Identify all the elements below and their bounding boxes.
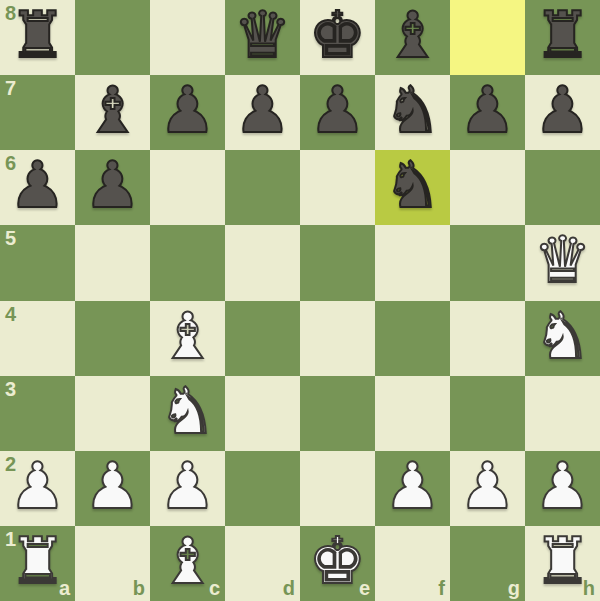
black-knight[interactable]: ♞ (384, 148, 441, 223)
square-e7[interactable]: ♟ (300, 75, 375, 150)
square-b3[interactable] (75, 376, 150, 451)
black-queen[interactable]: ♛ (234, 0, 291, 73)
square-e3[interactable] (300, 376, 375, 451)
black-pawn[interactable]: ♟ (9, 148, 66, 223)
square-d3[interactable] (225, 376, 300, 451)
rank-label-5: 5 (5, 228, 16, 248)
white-pawn[interactable]: ♟ (159, 449, 216, 524)
square-a2[interactable]: 2♟ (0, 451, 75, 526)
white-pawn[interactable]: ♟ (9, 449, 66, 524)
chess-board: 8♜♛♚♝♜7♝♟♟♟♞♟♟6♟♟♞5♛4♝♞3♞2♟♟♟♟♟♟1a♜bc♝de… (0, 0, 600, 601)
file-label-b: b (133, 578, 145, 598)
square-f4[interactable] (375, 301, 450, 376)
square-d4[interactable] (225, 301, 300, 376)
square-b1[interactable]: b (75, 526, 150, 601)
square-e1[interactable]: e♚ (300, 526, 375, 601)
square-h4[interactable]: ♞ (525, 301, 600, 376)
white-pawn[interactable]: ♟ (384, 449, 441, 524)
square-e5[interactable] (300, 225, 375, 300)
square-f3[interactable] (375, 376, 450, 451)
square-a3[interactable]: 3 (0, 376, 75, 451)
square-c2[interactable]: ♟ (150, 451, 225, 526)
square-e4[interactable] (300, 301, 375, 376)
square-e2[interactable] (300, 451, 375, 526)
square-h3[interactable] (525, 376, 600, 451)
square-f7[interactable]: ♞ (375, 75, 450, 150)
square-a8[interactable]: 8♜ (0, 0, 75, 75)
square-a5[interactable]: 5 (0, 225, 75, 300)
white-pawn[interactable]: ♟ (84, 449, 141, 524)
square-f8[interactable]: ♝ (375, 0, 450, 75)
square-c1[interactable]: c♝ (150, 526, 225, 601)
square-f2[interactable]: ♟ (375, 451, 450, 526)
square-h1[interactable]: h♜ (525, 526, 600, 601)
file-label-g: g (508, 578, 520, 598)
file-label-f: f (438, 578, 445, 598)
square-h6[interactable] (525, 150, 600, 225)
square-c4[interactable]: ♝ (150, 301, 225, 376)
square-e6[interactable] (300, 150, 375, 225)
square-g8[interactable] (450, 0, 525, 75)
square-a6[interactable]: 6♟ (0, 150, 75, 225)
white-queen[interactable]: ♛ (534, 223, 591, 298)
square-a1[interactable]: 1a♜ (0, 526, 75, 601)
black-pawn[interactable]: ♟ (234, 73, 291, 148)
black-bishop[interactable]: ♝ (384, 0, 441, 73)
square-d1[interactable]: d (225, 526, 300, 601)
black-knight[interactable]: ♞ (384, 73, 441, 148)
square-d7[interactable]: ♟ (225, 75, 300, 150)
white-pawn[interactable]: ♟ (459, 449, 516, 524)
white-knight[interactable]: ♞ (534, 299, 591, 374)
white-rook[interactable]: ♜ (9, 524, 66, 599)
square-c8[interactable] (150, 0, 225, 75)
black-pawn[interactable]: ♟ (309, 73, 366, 148)
square-c6[interactable] (150, 150, 225, 225)
white-bishop[interactable]: ♝ (159, 299, 216, 374)
square-d8[interactable]: ♛ (225, 0, 300, 75)
square-e8[interactable]: ♚ (300, 0, 375, 75)
square-g6[interactable] (450, 150, 525, 225)
white-bishop[interactable]: ♝ (159, 524, 216, 599)
rank-label-3: 3 (5, 379, 16, 399)
white-king[interactable]: ♚ (309, 524, 366, 599)
rank-label-7: 7 (5, 78, 16, 98)
black-king[interactable]: ♚ (309, 0, 366, 73)
square-f1[interactable]: f (375, 526, 450, 601)
square-b8[interactable] (75, 0, 150, 75)
black-pawn[interactable]: ♟ (459, 73, 516, 148)
square-c5[interactable] (150, 225, 225, 300)
square-g1[interactable]: g (450, 526, 525, 601)
square-g3[interactable] (450, 376, 525, 451)
square-h7[interactable]: ♟ (525, 75, 600, 150)
black-bishop[interactable]: ♝ (84, 73, 141, 148)
square-f6[interactable]: ♞ (375, 150, 450, 225)
square-b4[interactable] (75, 301, 150, 376)
square-d2[interactable] (225, 451, 300, 526)
square-h5[interactable]: ♛ (525, 225, 600, 300)
square-c3[interactable]: ♞ (150, 376, 225, 451)
square-a7[interactable]: 7 (0, 75, 75, 150)
square-g5[interactable] (450, 225, 525, 300)
square-g4[interactable] (450, 301, 525, 376)
black-pawn[interactable]: ♟ (84, 148, 141, 223)
square-b6[interactable]: ♟ (75, 150, 150, 225)
black-rook[interactable]: ♜ (534, 0, 591, 73)
black-pawn[interactable]: ♟ (534, 73, 591, 148)
rank-label-4: 4 (5, 304, 16, 324)
square-d5[interactable] (225, 225, 300, 300)
white-rook[interactable]: ♜ (534, 524, 591, 599)
square-a4[interactable]: 4 (0, 301, 75, 376)
square-g7[interactable]: ♟ (450, 75, 525, 150)
white-knight[interactable]: ♞ (159, 374, 216, 449)
square-f5[interactable] (375, 225, 450, 300)
square-b5[interactable] (75, 225, 150, 300)
square-b7[interactable]: ♝ (75, 75, 150, 150)
square-g2[interactable]: ♟ (450, 451, 525, 526)
file-label-d: d (283, 578, 295, 598)
square-d6[interactable] (225, 150, 300, 225)
square-b2[interactable]: ♟ (75, 451, 150, 526)
black-pawn[interactable]: ♟ (159, 73, 216, 148)
square-c7[interactable]: ♟ (150, 75, 225, 150)
white-pawn[interactable]: ♟ (534, 449, 591, 524)
black-rook[interactable]: ♜ (9, 0, 66, 73)
square-h2[interactable]: ♟ (525, 451, 600, 526)
square-h8[interactable]: ♜ (525, 0, 600, 75)
